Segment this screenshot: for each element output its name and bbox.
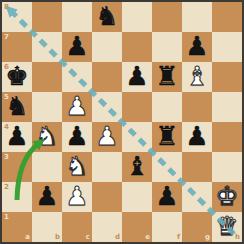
square-f3[interactable] — [152, 152, 182, 182]
square-h5[interactable] — [212, 92, 242, 122]
square-a5[interactable]: 5♞ — [2, 92, 32, 122]
square-b4[interactable]: ♞ — [32, 122, 62, 152]
file-label-f: f — [177, 233, 180, 241]
square-g8[interactable] — [182, 2, 212, 32]
piece-white-bishop[interactable]: ♝ — [182, 62, 212, 92]
piece-black-bishop[interactable]: ♝ — [122, 152, 152, 182]
square-g6[interactable]: ♝ — [182, 62, 212, 92]
file-label-a: a — [25, 233, 30, 241]
square-b7[interactable] — [32, 32, 62, 62]
square-a7[interactable]: 7 — [2, 32, 32, 62]
file-label-g: g — [205, 233, 210, 241]
square-c3[interactable]: ♞ — [62, 152, 92, 182]
square-h6[interactable] — [212, 62, 242, 92]
square-f8[interactable] — [152, 2, 182, 32]
piece-black-rook[interactable]: ♜ — [152, 122, 182, 152]
square-h3[interactable] — [212, 152, 242, 182]
chess-board: 8♞7♟♟6♚♟♜♝5♞♟4♟♞♟♟♜♟3♞♝2♟♟♟♚1abcdefgh♛ — [0, 0, 244, 244]
file-label-c: c — [86, 233, 90, 241]
square-e4[interactable] — [122, 122, 152, 152]
rank-label-2: 2 — [4, 183, 9, 191]
piece-white-pawn[interactable]: ♟ — [62, 182, 92, 212]
square-b8[interactable] — [32, 2, 62, 32]
square-g4[interactable]: ♟ — [182, 122, 212, 152]
square-a8[interactable]: 8 — [2, 2, 32, 32]
square-h1[interactable]: h♛ — [212, 212, 242, 242]
square-e3[interactable]: ♝ — [122, 152, 152, 182]
square-a6[interactable]: 6♚ — [2, 62, 32, 92]
square-d3[interactable] — [92, 152, 122, 182]
piece-white-queen[interactable]: ♛ — [212, 212, 242, 242]
piece-white-knight[interactable]: ♞ — [32, 122, 62, 152]
piece-white-knight[interactable]: ♞ — [62, 152, 92, 182]
square-a3[interactable]: 3 — [2, 152, 32, 182]
piece-black-knight[interactable]: ♞ — [92, 2, 122, 32]
square-e1[interactable]: e — [122, 212, 152, 242]
square-c5[interactable]: ♟ — [62, 92, 92, 122]
rank-label-7: 7 — [4, 33, 9, 41]
square-b3[interactable] — [32, 152, 62, 182]
square-b6[interactable] — [32, 62, 62, 92]
square-f6[interactable]: ♜ — [152, 62, 182, 92]
square-g3[interactable] — [182, 152, 212, 182]
square-f4[interactable]: ♜ — [152, 122, 182, 152]
rank-label-8: 8 — [4, 3, 9, 11]
piece-black-pawn[interactable]: ♟ — [2, 122, 32, 152]
square-g1[interactable]: g — [182, 212, 212, 242]
rank-label-1: 1 — [4, 213, 9, 221]
piece-white-king[interactable]: ♚ — [212, 182, 242, 212]
square-d2[interactable] — [92, 182, 122, 212]
square-g5[interactable] — [182, 92, 212, 122]
square-d7[interactable] — [92, 32, 122, 62]
square-b2[interactable]: ♟ — [32, 182, 62, 212]
piece-black-pawn[interactable]: ♟ — [152, 182, 182, 212]
square-h2[interactable]: ♚ — [212, 182, 242, 212]
square-c1[interactable]: c — [62, 212, 92, 242]
piece-white-pawn[interactable]: ♟ — [62, 92, 92, 122]
piece-black-pawn[interactable]: ♟ — [62, 122, 92, 152]
square-b5[interactable] — [32, 92, 62, 122]
square-f5[interactable] — [152, 92, 182, 122]
square-h7[interactable] — [212, 32, 242, 62]
piece-black-pawn[interactable]: ♟ — [32, 182, 62, 212]
piece-black-pawn[interactable]: ♟ — [182, 32, 212, 62]
square-d6[interactable] — [92, 62, 122, 92]
piece-black-pawn[interactable]: ♟ — [182, 122, 212, 152]
square-e6[interactable]: ♟ — [122, 62, 152, 92]
square-f2[interactable]: ♟ — [152, 182, 182, 212]
piece-black-knight[interactable]: ♞ — [2, 92, 32, 122]
piece-black-pawn[interactable]: ♟ — [62, 32, 92, 62]
square-c7[interactable]: ♟ — [62, 32, 92, 62]
square-e8[interactable] — [122, 2, 152, 32]
square-e2[interactable] — [122, 182, 152, 212]
rank-label-3: 3 — [4, 153, 9, 161]
square-a4[interactable]: 4♟ — [2, 122, 32, 152]
square-d5[interactable] — [92, 92, 122, 122]
square-c8[interactable] — [62, 2, 92, 32]
square-e5[interactable] — [122, 92, 152, 122]
piece-white-pawn[interactable]: ♟ — [92, 122, 122, 152]
piece-black-pawn[interactable]: ♟ — [122, 62, 152, 92]
board-grid: 8♞7♟♟6♚♟♜♝5♞♟4♟♞♟♟♜♟3♞♝2♟♟♟♚1abcdefgh♛ — [2, 2, 242, 242]
square-d4[interactable]: ♟ — [92, 122, 122, 152]
square-f1[interactable]: f — [152, 212, 182, 242]
square-d1[interactable]: d — [92, 212, 122, 242]
square-h4[interactable] — [212, 122, 242, 152]
square-e7[interactable] — [122, 32, 152, 62]
piece-black-rook[interactable]: ♜ — [152, 62, 182, 92]
square-c4[interactable]: ♟ — [62, 122, 92, 152]
file-label-b: b — [55, 233, 60, 241]
square-h8[interactable] — [212, 2, 242, 32]
square-c6[interactable] — [62, 62, 92, 92]
square-b1[interactable]: b — [32, 212, 62, 242]
square-f7[interactable] — [152, 32, 182, 62]
square-a1[interactable]: 1a — [2, 212, 32, 242]
square-d8[interactable]: ♞ — [92, 2, 122, 32]
square-g2[interactable] — [182, 182, 212, 212]
file-label-d: d — [115, 233, 120, 241]
file-label-e: e — [145, 233, 150, 241]
square-g7[interactable]: ♟ — [182, 32, 212, 62]
square-a2[interactable]: 2 — [2, 182, 32, 212]
square-c2[interactable]: ♟ — [62, 182, 92, 212]
piece-black-king[interactable]: ♚ — [2, 62, 32, 92]
